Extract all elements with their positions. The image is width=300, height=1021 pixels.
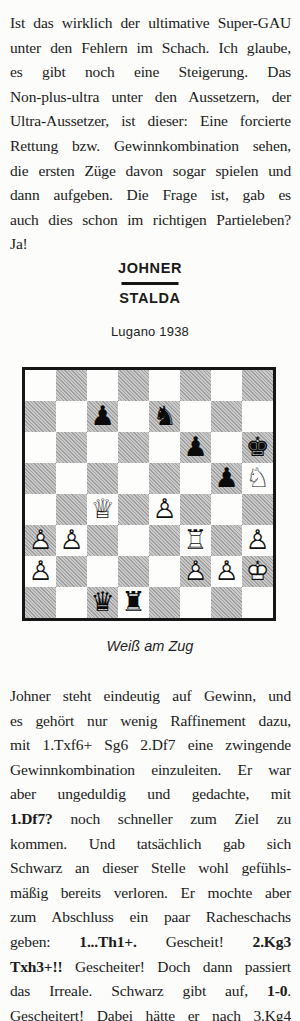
square-g3: [211, 525, 242, 556]
piece-white-knight-h5: ♞♘: [242, 463, 273, 494]
black-player-name: STALDA: [0, 290, 300, 306]
white-pawn-outline-glyph: ♙: [180, 555, 211, 586]
square-e5: [149, 463, 180, 494]
white-knight-outline-glyph: ♘: [242, 462, 273, 493]
square-f2: ♟♙: [180, 556, 211, 587]
square-d4: [118, 494, 149, 525]
text-line: Ultra-Aussetzer, ist dieser: Eine forcie…: [10, 109, 291, 134]
text-line: die ersten Züge davon sogar spielen und: [10, 159, 291, 184]
square-b5: [56, 463, 87, 494]
piece-white-queen-c4: ♛♕: [87, 494, 118, 525]
square-a3: ♟♙: [25, 525, 56, 556]
diagram-caption: Weiß am Zug: [0, 638, 300, 654]
square-b2: [56, 556, 87, 587]
square-h1: [242, 587, 273, 618]
square-c1: ♛: [87, 587, 118, 618]
square-d7: [118, 401, 149, 432]
square-e8: [149, 370, 180, 401]
text-line: geben: 1...Th1+. Gescheit! 2.Kg3: [10, 930, 291, 955]
text-line: es gehört nur wenig Raffinement dazu,: [10, 709, 291, 734]
square-h8: [242, 370, 273, 401]
white-pawn-outline-glyph: ♙: [211, 555, 242, 586]
square-c5: [87, 463, 118, 494]
square-g1: [211, 587, 242, 618]
black-pawn-glyph: ♟: [180, 431, 211, 462]
piece-black-pawn-c7: ♟: [87, 401, 118, 432]
square-g8: [211, 370, 242, 401]
square-a2: ♟♙: [25, 556, 56, 587]
black-pawn-glyph: ♟: [211, 462, 242, 493]
square-a8: [25, 370, 56, 401]
square-f3: ♜♖: [180, 525, 211, 556]
square-c7: ♟: [87, 401, 118, 432]
square-h5: ♞♘: [242, 463, 273, 494]
square-b8: [56, 370, 87, 401]
text-line: Ist das wirklich der ultimative Super-GA…: [10, 11, 291, 36]
square-d8: [118, 370, 149, 401]
square-g6: [211, 432, 242, 463]
piece-white-pawn-e4: ♟♙: [149, 494, 180, 525]
piece-white-king-h2: ♚♔: [242, 556, 273, 587]
white-rook-outline-glyph: ♖: [180, 524, 211, 555]
square-g5: ♟: [211, 463, 242, 494]
square-h4: [242, 494, 273, 525]
white-pawn-outline-glyph: ♙: [25, 555, 56, 586]
square-g4: [211, 494, 242, 525]
white-pawn-outline-glyph: ♙: [25, 524, 56, 555]
square-c3: [87, 525, 118, 556]
square-e6: [149, 432, 180, 463]
square-d5: [118, 463, 149, 494]
piece-black-knight-e7: ♞: [149, 401, 180, 432]
white-king-outline-glyph: ♔: [242, 555, 273, 586]
square-b4: [56, 494, 87, 525]
square-g2: ♟♙: [211, 556, 242, 587]
square-e4: ♟♙: [149, 494, 180, 525]
chess-board: ♟♞♟♚♟♞♘♛♕♟♙♟♙♟♙♜♖♟♙♟♙♟♙♟♙♚♔♛♜: [22, 367, 276, 621]
square-a6: [25, 432, 56, 463]
piece-white-pawn-a2: ♟♙: [25, 556, 56, 587]
square-c2: [87, 556, 118, 587]
square-a7: [25, 401, 56, 432]
square-b1: [56, 587, 87, 618]
square-c6: [87, 432, 118, 463]
square-h7: [242, 401, 273, 432]
square-b6: [56, 432, 87, 463]
white-player-name: JOHNER: [0, 260, 300, 276]
square-f1: [180, 587, 211, 618]
text-line: es gibt noch eine Steigerung. Das: [10, 60, 291, 85]
piece-black-pawn-g5: ♟: [211, 463, 242, 494]
event-label: Lugano 1938: [0, 324, 300, 339]
black-rook-glyph: ♜: [118, 586, 149, 617]
square-h6: ♚: [242, 432, 273, 463]
square-h2: ♚♔: [242, 556, 273, 587]
square-d3: [118, 525, 149, 556]
square-c4: ♛♕: [87, 494, 118, 525]
square-f5: [180, 463, 211, 494]
text-line: Johner steht eindeutig auf Gewinn, und: [10, 684, 291, 709]
black-king-glyph: ♚: [242, 431, 273, 462]
text-line: Non-plus-ultra unter den Aussetzern, der: [10, 85, 291, 110]
black-queen-glyph: ♛: [87, 586, 118, 617]
text-line: mit 1.Txf6+ Sg6 2.Df7 eine zwingende: [10, 733, 291, 758]
piece-black-queen-c1: ♛: [87, 587, 118, 618]
square-e2: [149, 556, 180, 587]
black-knight-glyph: ♞: [149, 400, 180, 431]
piece-black-rook-d1: ♜: [118, 587, 149, 618]
square-f7: [180, 401, 211, 432]
square-f8: [180, 370, 211, 401]
intro-paragraph: Ist das wirklich der ultimative Super-GA…: [10, 11, 291, 257]
square-d1: ♜: [118, 587, 149, 618]
text-line: Gescheitert! Dabei hätte er nach 3.Kg4: [10, 1004, 291, 1021]
text-line: aber ungeduldig und gedachte, mit: [10, 782, 291, 807]
players-divider-bar: [122, 282, 179, 285]
analysis-paragraph: Johner steht eindeutig auf Gewinn, undes…: [10, 684, 291, 1021]
square-e3: [149, 525, 180, 556]
piece-black-king-h6: ♚: [242, 432, 273, 463]
text-line: zum Abschluss ein paar Racheschachs: [10, 905, 291, 930]
square-h3: ♟♙: [242, 525, 273, 556]
piece-white-pawn-g2: ♟♙: [211, 556, 242, 587]
square-g7: [211, 401, 242, 432]
black-pawn-glyph: ♟: [87, 400, 118, 431]
square-c8: [87, 370, 118, 401]
text-line: 1.Df7? noch schneller zum Ziel zu: [10, 807, 291, 832]
piece-white-pawn-b3: ♟♙: [56, 525, 87, 556]
white-queen-outline-glyph: ♕: [87, 493, 118, 524]
piece-white-pawn-a3: ♟♙: [25, 525, 56, 556]
square-d6: [118, 432, 149, 463]
square-e1: [149, 587, 180, 618]
piece-white-pawn-h3: ♟♙: [242, 525, 273, 556]
square-a4: [25, 494, 56, 525]
text-line: Ja!: [10, 232, 291, 257]
piece-black-pawn-f6: ♟: [180, 432, 211, 463]
square-a1: [25, 587, 56, 618]
square-b7: [56, 401, 87, 432]
text-line: unter den Fehlern im Schach. Ich glaube,: [10, 36, 291, 61]
white-pawn-outline-glyph: ♙: [242, 524, 273, 555]
piece-white-pawn-f2: ♟♙: [180, 556, 211, 587]
piece-white-rook-f3: ♜♖: [180, 525, 211, 556]
square-f6: ♟: [180, 432, 211, 463]
text-line: dann aufgeben. Die Frage ist, gab es: [10, 183, 291, 208]
text-line: auch dies schon im richtigen Partieleben…: [10, 208, 291, 233]
text-line: mäßig bereits verloren. Er mochte aber: [10, 881, 291, 906]
square-d2: [118, 556, 149, 587]
text-line: Gewinnkombination einzuleiten. Er war: [10, 758, 291, 783]
square-a5: [25, 463, 56, 494]
square-f4: [180, 494, 211, 525]
text-line: das Irreale. Schwarz gibt auf, 1-0.: [10, 979, 291, 1004]
square-b3: ♟♙: [56, 525, 87, 556]
square-e7: ♞: [149, 401, 180, 432]
text-line: Txh3+!! Gescheiter! Doch dann passiert: [10, 955, 291, 980]
white-pawn-outline-glyph: ♙: [56, 524, 87, 555]
text-line: Schwarz an dieser Stelle wohl gefühls-: [10, 856, 291, 881]
text-line: Rettung bzw. Gewinnkombination sehen,: [10, 134, 291, 159]
white-pawn-outline-glyph: ♙: [149, 493, 180, 524]
text-line: kommen. Und tatsächlich gab sich: [10, 832, 291, 857]
